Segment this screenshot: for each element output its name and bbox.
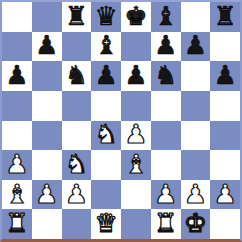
square-b6[interactable] — [32, 61, 62, 91]
square-g6[interactable] — [181, 61, 211, 91]
square-c2[interactable]: ♟ — [62, 180, 92, 210]
square-a3[interactable]: ♟ — [2, 150, 32, 180]
square-h4[interactable] — [210, 121, 240, 151]
white-rook[interactable]: ♜ — [5, 210, 28, 236]
square-h2[interactable]: ♟ — [210, 180, 240, 210]
white-pawn[interactable]: ♟ — [184, 181, 207, 207]
square-c5[interactable] — [62, 91, 92, 121]
square-d6[interactable]: ♟ — [91, 61, 121, 91]
square-c7[interactable] — [62, 32, 92, 62]
square-b5[interactable] — [32, 91, 62, 121]
square-f7[interactable]: ♟ — [151, 32, 181, 62]
square-b1[interactable] — [32, 209, 62, 239]
black-pawn[interactable]: ♟ — [94, 62, 117, 88]
black-pawn[interactable]: ♟ — [213, 62, 236, 88]
white-pawn[interactable]: ♟ — [124, 121, 147, 147]
square-g2[interactable]: ♟ — [181, 180, 211, 210]
square-c1[interactable] — [62, 209, 92, 239]
square-d5[interactable] — [91, 91, 121, 121]
square-h1[interactable] — [210, 209, 240, 239]
square-f1[interactable]: ♜ — [151, 209, 181, 239]
square-e1[interactable] — [121, 209, 151, 239]
square-c4[interactable] — [62, 121, 92, 151]
black-pawn[interactable]: ♟ — [5, 62, 28, 88]
square-d4[interactable]: ♞ — [91, 121, 121, 151]
square-e7[interactable] — [121, 32, 151, 62]
white-pawn[interactable]: ♟ — [213, 181, 236, 207]
square-f2[interactable]: ♟ — [151, 180, 181, 210]
square-d7[interactable]: ♝ — [91, 32, 121, 62]
square-e6[interactable]: ♟ — [121, 61, 151, 91]
square-f6[interactable]: ♞ — [151, 61, 181, 91]
white-queen[interactable]: ♛ — [94, 210, 117, 236]
square-e2[interactable] — [121, 180, 151, 210]
square-h3[interactable] — [210, 150, 240, 180]
square-c3[interactable]: ♞ — [62, 150, 92, 180]
square-c8[interactable]: ♜ — [62, 2, 92, 32]
square-e8[interactable]: ♚ — [121, 2, 151, 32]
white-knight[interactable]: ♞ — [65, 151, 88, 177]
white-pawn[interactable]: ♟ — [65, 181, 88, 207]
white-rook[interactable]: ♜ — [154, 210, 177, 236]
square-b8[interactable] — [32, 2, 62, 32]
square-f8[interactable]: ♝ — [151, 2, 181, 32]
black-bishop[interactable]: ♝ — [94, 32, 117, 58]
black-king[interactable]: ♚ — [124, 3, 147, 29]
square-a1[interactable]: ♜ — [2, 209, 32, 239]
black-knight[interactable]: ♞ — [65, 62, 88, 88]
black-rook[interactable]: ♜ — [65, 3, 88, 29]
square-f3[interactable] — [151, 150, 181, 180]
square-g7[interactable]: ♟ — [181, 32, 211, 62]
black-knight[interactable]: ♞ — [154, 62, 177, 88]
white-knight[interactable]: ♞ — [94, 121, 117, 147]
white-bishop[interactable]: ♝ — [5, 181, 28, 207]
black-pawn[interactable]: ♟ — [154, 32, 177, 58]
square-h8[interactable]: ♜ — [210, 2, 240, 32]
square-a4[interactable] — [2, 121, 32, 151]
black-pawn[interactable]: ♟ — [124, 62, 147, 88]
square-c6[interactable]: ♞ — [62, 61, 92, 91]
chess-board: ♜♛♚♝♜♟♝♟♟♟♞♟♟♞♟♞♟♟♞♝♝♟♟♟♟♟♜♛♜♚ — [0, 0, 242, 242]
square-h5[interactable] — [210, 91, 240, 121]
square-h6[interactable]: ♟ — [210, 61, 240, 91]
white-pawn[interactable]: ♟ — [154, 181, 177, 207]
black-bishop[interactable]: ♝ — [154, 3, 177, 29]
square-b3[interactable] — [32, 150, 62, 180]
square-f5[interactable] — [151, 91, 181, 121]
square-g8[interactable] — [181, 2, 211, 32]
square-d1[interactable]: ♛ — [91, 209, 121, 239]
square-d3[interactable] — [91, 150, 121, 180]
square-a6[interactable]: ♟ — [2, 61, 32, 91]
square-d2[interactable] — [91, 180, 121, 210]
square-e3[interactable]: ♝ — [121, 150, 151, 180]
white-king[interactable]: ♚ — [184, 210, 207, 236]
white-bishop[interactable]: ♝ — [124, 151, 147, 177]
square-a5[interactable] — [2, 91, 32, 121]
black-queen[interactable]: ♛ — [94, 3, 117, 29]
white-pawn[interactable]: ♟ — [5, 151, 28, 177]
square-h7[interactable] — [210, 32, 240, 62]
square-e4[interactable]: ♟ — [121, 121, 151, 151]
square-g5[interactable] — [181, 91, 211, 121]
square-g3[interactable] — [181, 150, 211, 180]
square-b7[interactable]: ♟ — [32, 32, 62, 62]
square-e5[interactable] — [121, 91, 151, 121]
square-a2[interactable]: ♝ — [2, 180, 32, 210]
square-b2[interactable]: ♟ — [32, 180, 62, 210]
square-f4[interactable] — [151, 121, 181, 151]
square-d8[interactable]: ♛ — [91, 2, 121, 32]
black-pawn[interactable]: ♟ — [35, 32, 58, 58]
square-g4[interactable] — [181, 121, 211, 151]
square-a7[interactable] — [2, 32, 32, 62]
black-rook[interactable]: ♜ — [213, 3, 236, 29]
square-g1[interactable]: ♚ — [181, 209, 211, 239]
square-a8[interactable] — [2, 2, 32, 32]
white-pawn[interactable]: ♟ — [35, 181, 58, 207]
black-pawn[interactable]: ♟ — [184, 32, 207, 58]
square-b4[interactable] — [32, 121, 62, 151]
